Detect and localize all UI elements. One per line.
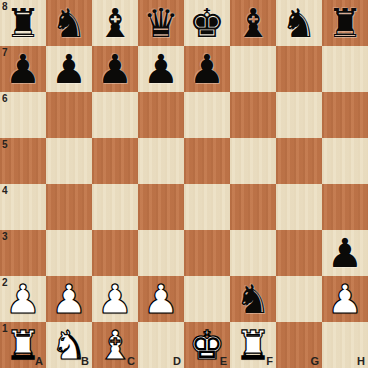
square-b7[interactable]: ♟ (46, 46, 92, 92)
square-c8[interactable]: ♝ (92, 0, 138, 46)
square-d5[interactable] (138, 138, 184, 184)
square-g3[interactable] (276, 230, 322, 276)
square-f2[interactable]: ♞ (230, 276, 276, 322)
piece-black-pawn[interactable]: ♟ (184, 46, 230, 92)
piece-black-pawn[interactable]: ♟ (138, 46, 184, 92)
piece-black-pawn[interactable]: ♟ (92, 46, 138, 92)
square-g6[interactable] (276, 92, 322, 138)
file-label-d: D (138, 356, 181, 367)
piece-white-pawn[interactable]: ♟ (138, 276, 184, 322)
square-h5[interactable] (322, 138, 368, 184)
rank-label-2: 2 (2, 277, 8, 288)
piece-black-knight[interactable]: ♞ (46, 0, 92, 46)
square-h2[interactable]: ♟ (322, 276, 368, 322)
piece-white-pawn[interactable]: ♟ (46, 276, 92, 322)
piece-black-pawn[interactable]: ♟ (46, 46, 92, 92)
square-h4[interactable] (322, 184, 368, 230)
square-d2[interactable]: ♟ (138, 276, 184, 322)
file-label-c: C (92, 356, 135, 367)
square-g8[interactable]: ♞ (276, 0, 322, 46)
square-f7[interactable] (230, 46, 276, 92)
square-e6[interactable] (184, 92, 230, 138)
square-f6[interactable] (230, 92, 276, 138)
square-c4[interactable] (92, 184, 138, 230)
square-h6[interactable] (322, 92, 368, 138)
square-e2[interactable] (184, 276, 230, 322)
square-f3[interactable] (230, 230, 276, 276)
piece-white-pawn[interactable]: ♟ (322, 276, 368, 322)
file-label-h: H (322, 356, 365, 367)
square-f4[interactable] (230, 184, 276, 230)
rank-label-8: 8 (2, 1, 8, 12)
square-d6[interactable] (138, 92, 184, 138)
square-b6[interactable] (46, 92, 92, 138)
square-c3[interactable] (92, 230, 138, 276)
square-d8[interactable]: ♛ (138, 0, 184, 46)
file-label-e: E (184, 356, 227, 367)
piece-black-pawn[interactable]: ♟ (322, 230, 368, 276)
piece-black-queen[interactable]: ♛ (138, 0, 184, 46)
piece-black-bishop[interactable]: ♝ (92, 0, 138, 46)
square-h7[interactable] (322, 46, 368, 92)
rank-label-3: 3 (2, 231, 8, 242)
piece-black-rook[interactable]: ♜ (322, 0, 368, 46)
square-c5[interactable] (92, 138, 138, 184)
rank-label-1: 1 (2, 323, 8, 334)
square-g7[interactable] (276, 46, 322, 92)
rank-label-7: 7 (2, 47, 8, 58)
square-c7[interactable]: ♟ (92, 46, 138, 92)
square-e8[interactable]: ♚ (184, 0, 230, 46)
file-label-g: G (276, 356, 319, 367)
rank-label-4: 4 (2, 185, 8, 196)
square-b3[interactable] (46, 230, 92, 276)
square-b4[interactable] (46, 184, 92, 230)
square-b2[interactable]: ♟ (46, 276, 92, 322)
rank-label-5: 5 (2, 139, 8, 150)
square-d3[interactable] (138, 230, 184, 276)
square-g4[interactable] (276, 184, 322, 230)
chess-board: ♜♞♝♛♚♝♞♜♟♟♟♟♟♟♟♟♟♟♞♟♜♞♝♚♜87654321ABCDEFG… (0, 0, 368, 368)
file-label-a: A (0, 356, 43, 367)
square-c2[interactable]: ♟ (92, 276, 138, 322)
rank-label-6: 6 (2, 93, 8, 104)
piece-black-knight[interactable]: ♞ (276, 0, 322, 46)
square-b5[interactable] (46, 138, 92, 184)
piece-black-knight[interactable]: ♞ (230, 276, 276, 322)
file-label-b: B (46, 356, 89, 367)
square-h3[interactable]: ♟ (322, 230, 368, 276)
square-e4[interactable] (184, 184, 230, 230)
square-e5[interactable] (184, 138, 230, 184)
square-e3[interactable] (184, 230, 230, 276)
piece-white-pawn[interactable]: ♟ (92, 276, 138, 322)
square-d4[interactable] (138, 184, 184, 230)
piece-black-bishop[interactable]: ♝ (230, 0, 276, 46)
piece-black-king[interactable]: ♚ (184, 0, 230, 46)
square-b8[interactable]: ♞ (46, 0, 92, 46)
square-e7[interactable]: ♟ (184, 46, 230, 92)
square-f8[interactable]: ♝ (230, 0, 276, 46)
square-g5[interactable] (276, 138, 322, 184)
square-g2[interactable] (276, 276, 322, 322)
square-c6[interactable] (92, 92, 138, 138)
square-f5[interactable] (230, 138, 276, 184)
square-h8[interactable]: ♜ (322, 0, 368, 46)
square-d7[interactable]: ♟ (138, 46, 184, 92)
file-label-f: F (230, 356, 273, 367)
